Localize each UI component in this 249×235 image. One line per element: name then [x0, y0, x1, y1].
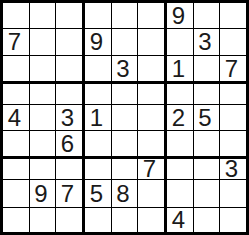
cell-r5c2[interactable]	[30, 105, 56, 131]
cell-r8c5[interactable]: 8	[112, 180, 138, 208]
cell-r2c6[interactable]	[138, 29, 167, 56]
cell-r9c8[interactable]	[194, 208, 220, 232]
cell-r7c9[interactable]: 3	[220, 159, 246, 180]
cell-r1c6[interactable]	[138, 3, 167, 29]
cell-r8c7[interactable]	[167, 180, 194, 208]
cell-r4c2[interactable]	[30, 84, 56, 105]
cell-r8c9[interactable]	[220, 180, 246, 208]
cell-r5c1[interactable]: 4	[3, 105, 30, 131]
cell-r9c5[interactable]	[112, 208, 138, 232]
cell-r7c3[interactable]	[56, 159, 85, 180]
cell-r9c1[interactable]	[3, 208, 30, 232]
cell-r6c4[interactable]	[85, 131, 112, 159]
cell-r5c5[interactable]	[112, 105, 138, 131]
cell-r5c9[interactable]	[220, 105, 246, 131]
cell-r4c7[interactable]	[167, 84, 194, 105]
cell-r3c6[interactable]	[138, 56, 167, 84]
cell-r5c4[interactable]: 1	[85, 105, 112, 131]
cell-r2c7[interactable]	[167, 29, 194, 56]
cell-r8c3[interactable]: 7	[56, 180, 85, 208]
cell-r2c1[interactable]: 7	[3, 29, 30, 56]
cell-r1c8[interactable]	[194, 3, 220, 29]
cell-r1c4[interactable]	[85, 3, 112, 29]
cell-r8c2[interactable]: 9	[30, 180, 56, 208]
cell-r4c1[interactable]	[3, 84, 30, 105]
cell-r6c8[interactable]	[194, 131, 220, 159]
cell-r9c9[interactable]	[220, 208, 246, 232]
cell-r6c7[interactable]	[167, 131, 194, 159]
cell-r6c6[interactable]	[138, 131, 167, 159]
cell-r2c9[interactable]	[220, 29, 246, 56]
cell-r9c2[interactable]	[30, 208, 56, 232]
cell-r9c3[interactable]	[56, 208, 85, 232]
cell-r4c9[interactable]	[220, 84, 246, 105]
cell-r1c9[interactable]	[220, 3, 246, 29]
cell-r6c3[interactable]: 6	[56, 131, 85, 159]
cell-r2c3[interactable]	[56, 29, 85, 56]
cell-r8c1[interactable]	[3, 180, 30, 208]
cell-r9c4[interactable]	[85, 208, 112, 232]
cell-r5c3[interactable]: 3	[56, 105, 85, 131]
cell-r7c1[interactable]	[3, 159, 30, 180]
cell-r7c5[interactable]	[112, 159, 138, 180]
cell-r3c2[interactable]	[30, 56, 56, 84]
cell-r5c7[interactable]: 2	[167, 105, 194, 131]
cell-r3c7[interactable]: 1	[167, 56, 194, 84]
cell-r9c6[interactable]	[138, 208, 167, 232]
cell-r7c4[interactable]	[85, 159, 112, 180]
cell-r1c5[interactable]	[112, 3, 138, 29]
cell-r3c5[interactable]: 3	[112, 56, 138, 84]
cell-r4c8[interactable]	[194, 84, 220, 105]
cell-r6c2[interactable]	[30, 131, 56, 159]
cell-r8c8[interactable]	[194, 180, 220, 208]
cell-r2c5[interactable]	[112, 29, 138, 56]
cell-r3c8[interactable]	[194, 56, 220, 84]
cell-r2c4[interactable]: 9	[85, 29, 112, 56]
cell-r4c4[interactable]	[85, 84, 112, 105]
cell-r3c3[interactable]	[56, 56, 85, 84]
cell-r3c9[interactable]: 7	[220, 56, 246, 84]
cell-r1c2[interactable]	[30, 3, 56, 29]
cell-r6c9[interactable]	[220, 131, 246, 159]
cell-r7c6[interactable]: 7	[138, 159, 167, 180]
cell-r7c8[interactable]	[194, 159, 220, 180]
cell-r1c7[interactable]: 9	[167, 3, 194, 29]
cell-r1c1[interactable]	[3, 3, 30, 29]
cell-r4c3[interactable]	[56, 84, 85, 105]
cell-r3c4[interactable]	[85, 56, 112, 84]
cell-r1c3[interactable]	[56, 3, 85, 29]
cell-r6c5[interactable]	[112, 131, 138, 159]
cell-r4c5[interactable]	[112, 84, 138, 105]
cell-r2c2[interactable]	[30, 29, 56, 56]
cell-r8c6[interactable]	[138, 180, 167, 208]
cell-r7c7[interactable]	[167, 159, 194, 180]
sudoku-board: 97933174312567397584	[0, 0, 249, 235]
cell-r8c4[interactable]: 5	[85, 180, 112, 208]
cell-r5c6[interactable]	[138, 105, 167, 131]
cell-r6c1[interactable]	[3, 131, 30, 159]
cell-r4c6[interactable]	[138, 84, 167, 105]
cell-r9c7[interactable]: 4	[167, 208, 194, 232]
cell-r7c2[interactable]	[30, 159, 56, 180]
cell-r2c8[interactable]: 3	[194, 29, 220, 56]
cell-r3c1[interactable]	[3, 56, 30, 84]
cell-r5c8[interactable]: 5	[194, 105, 220, 131]
